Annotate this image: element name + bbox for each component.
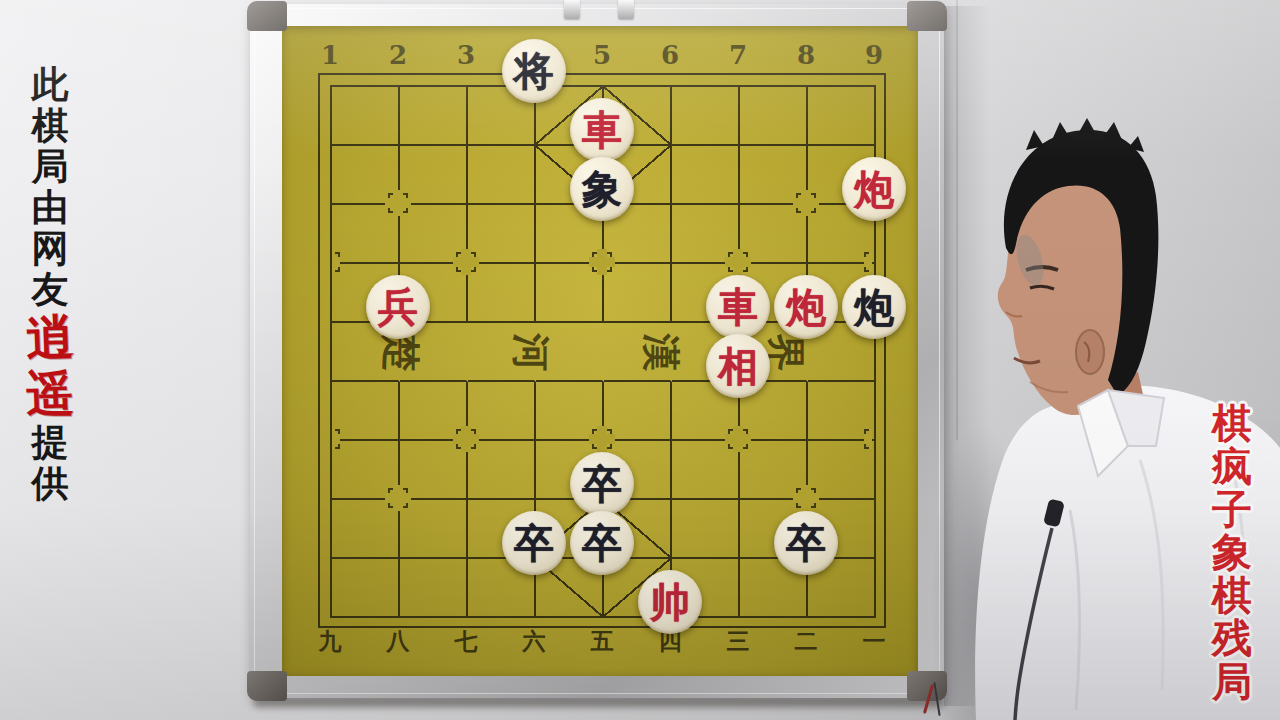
left-caption-char: 棋 [32, 101, 69, 142]
point-marker [796, 488, 816, 508]
board-cell [808, 441, 876, 500]
point-marker [388, 488, 408, 508]
left-caption-char: 由 [32, 183, 69, 224]
frame-corner-cap [247, 1, 287, 31]
hanger-clip [618, 0, 634, 19]
left-caption-char: 网 [32, 224, 69, 265]
right-caption-char: 残 [1212, 611, 1252, 654]
point-marker [796, 193, 816, 213]
file-label-bottom: 一 [863, 626, 886, 657]
board-cell [400, 87, 468, 146]
piece-red-cannon-a[interactable]: 炮 [842, 157, 906, 221]
board-cell [332, 500, 400, 559]
left-caption-char: 提 [32, 418, 69, 459]
board-cell [468, 146, 536, 205]
file-label-top: 9 [865, 40, 883, 70]
board-cell [468, 264, 536, 323]
piece-red-elephant[interactable]: 相 [706, 334, 770, 398]
file-label-top: 6 [661, 40, 679, 70]
frame-corner-cap [907, 1, 947, 31]
file-label-bottom: 七 [455, 626, 478, 657]
board-cell [400, 441, 468, 500]
piece-red-cannon-b[interactable]: 炮 [774, 275, 838, 339]
left-caption-char: 供 [32, 459, 69, 500]
file-label-bottom: 六 [523, 626, 546, 657]
file-label-bottom: 八 [387, 626, 410, 657]
right-caption-char: 棋 [1212, 568, 1252, 611]
piece-black-pawn-c[interactable]: 卒 [570, 511, 634, 575]
file-label-bottom: 九 [319, 626, 342, 657]
board-cell [536, 264, 604, 323]
piece-red-general[interactable]: 帅 [638, 570, 702, 634]
board-cell [672, 87, 740, 146]
file-label-bottom: 三 [727, 626, 750, 657]
xiangqi-board: 123456789 九八七六五四三二一 楚河漢界 将車象炮兵車炮炮相卒卒卒卒帅 [282, 26, 918, 676]
left-caption-highlight-char: 逍 [25, 305, 75, 363]
file-label-top: 8 [797, 40, 815, 70]
piece-red-chariot-a[interactable]: 車 [570, 98, 634, 162]
board-cell [400, 559, 468, 618]
left-caption-highlight-char: 遥 [25, 361, 75, 419]
board-cell [468, 205, 536, 264]
point-marker [388, 193, 408, 213]
piece-black-general[interactable]: 将 [502, 39, 566, 103]
left-caption-char: 此 [32, 60, 69, 101]
right-caption-char: 局 [1212, 654, 1252, 697]
right-caption-watermark: 棋疯子象棋残局 [1202, 396, 1262, 697]
board-cell [740, 205, 808, 264]
board-cell [604, 382, 672, 441]
piece-black-pawn-b[interactable]: 卒 [502, 511, 566, 575]
board-cell [672, 146, 740, 205]
river-label: 漢 [635, 333, 686, 373]
file-label-top: 2 [389, 40, 407, 70]
piece-red-chariot-b[interactable]: 車 [706, 275, 770, 339]
board-cell [332, 87, 400, 146]
river-label: 河 [505, 333, 556, 373]
point-marker [456, 429, 476, 449]
file-label-top: 3 [457, 40, 475, 70]
board-cell [604, 264, 672, 323]
board-cell [740, 87, 808, 146]
left-caption-char: 局 [32, 142, 69, 183]
demo-board-frame: 123456789 九八七六五四三二一 楚河漢界 将車象炮兵車炮炮相卒卒卒卒帅 [250, 4, 944, 698]
piece-black-pawn-a[interactable]: 卒 [570, 452, 634, 516]
left-caption-char: 友 [32, 265, 69, 306]
video-frame: 此棋局由网友逍遥提供 123456789 九八七六五四三二一 楚河漢界 将車象炮… [0, 0, 1280, 720]
piece-black-pawn-d[interactable]: 卒 [774, 511, 838, 575]
file-label-bottom: 二 [795, 626, 818, 657]
point-marker [456, 252, 476, 272]
piece-black-elephant[interactable]: 象 [570, 157, 634, 221]
piece-black-cannon[interactable]: 炮 [842, 275, 906, 339]
point-marker [592, 429, 612, 449]
piece-red-pawn[interactable]: 兵 [366, 275, 430, 339]
right-caption-char: 棋 [1212, 396, 1252, 439]
board-cell [468, 382, 536, 441]
file-label-top: 7 [729, 40, 747, 70]
board-cell [332, 205, 400, 264]
file-label-top: 1 [321, 40, 339, 70]
frame-corner-cap [247, 671, 287, 701]
board-cell [672, 441, 740, 500]
board-bottom-shadow [254, 698, 944, 707]
hanger-clip [564, 0, 580, 19]
board-cell [332, 559, 400, 618]
board-cell [808, 87, 876, 146]
right-caption-char: 疯 [1212, 439, 1252, 482]
right-caption-char: 象 [1212, 525, 1252, 568]
board-cell [468, 441, 536, 500]
board-cell [672, 500, 740, 559]
point-marker [592, 252, 612, 272]
point-marker [728, 252, 748, 272]
left-caption: 此棋局由网友逍遥提供 [18, 60, 82, 500]
board-cell [400, 500, 468, 559]
file-label-top: 5 [593, 40, 611, 70]
file-label-bottom: 五 [591, 626, 614, 657]
board-cell [332, 382, 400, 441]
right-caption-char: 子 [1212, 482, 1252, 525]
point-marker [728, 429, 748, 449]
board-cell [400, 146, 468, 205]
